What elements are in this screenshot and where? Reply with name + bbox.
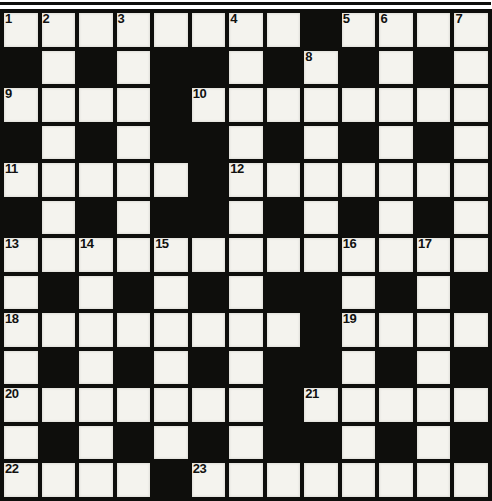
cell-r6c0[interactable]: 13 bbox=[4, 238, 38, 272]
cell-r11c3 bbox=[117, 426, 151, 460]
cell-r9c4[interactable] bbox=[154, 351, 188, 385]
cell-r3c8[interactable] bbox=[304, 126, 338, 160]
cell-r0c8 bbox=[304, 13, 338, 47]
cell-r10c4[interactable] bbox=[154, 388, 188, 422]
cell-r6c12[interactable] bbox=[454, 238, 488, 272]
cell-r6c2[interactable]: 14 bbox=[79, 238, 113, 272]
cell-r8c10[interactable] bbox=[379, 313, 413, 347]
cell-r10c8[interactable]: 21 bbox=[304, 388, 338, 422]
cell-r1c3[interactable] bbox=[117, 51, 151, 85]
cell-r4c0[interactable]: 11 bbox=[4, 163, 38, 197]
clue-number-7: 7 bbox=[455, 12, 462, 26]
cell-r7c11[interactable] bbox=[417, 276, 451, 310]
cell-r11c8 bbox=[304, 426, 338, 460]
cell-r10c9[interactable] bbox=[342, 388, 376, 422]
cell-r7c9[interactable] bbox=[342, 276, 376, 310]
cell-r1c0 bbox=[4, 51, 38, 85]
cell-r9c3 bbox=[117, 351, 151, 385]
cell-r12c2[interactable] bbox=[79, 463, 113, 497]
cell-r6c5[interactable] bbox=[192, 238, 226, 272]
cell-r3c1[interactable] bbox=[42, 126, 76, 160]
cell-r12c0[interactable]: 22 bbox=[4, 463, 38, 497]
clue-number-6: 6 bbox=[380, 12, 387, 26]
cell-r5c10[interactable] bbox=[379, 201, 413, 235]
cell-r1c10[interactable] bbox=[379, 51, 413, 85]
cell-r4c5 bbox=[192, 163, 226, 197]
clue-number-12: 12 bbox=[230, 162, 243, 176]
cell-r9c1 bbox=[42, 351, 76, 385]
cell-r5c1[interactable] bbox=[42, 201, 76, 235]
cell-r0c6[interactable]: 4 bbox=[229, 13, 263, 47]
cell-r2c9[interactable] bbox=[342, 88, 376, 122]
cell-r2c0[interactable]: 9 bbox=[4, 88, 38, 122]
cell-r1c8[interactable]: 8 bbox=[304, 51, 338, 85]
clue-number-10: 10 bbox=[193, 87, 206, 101]
cell-r2c3[interactable] bbox=[117, 88, 151, 122]
cell-r4c9[interactable] bbox=[342, 163, 376, 197]
cell-r0c2[interactable] bbox=[79, 13, 113, 47]
cell-r12c11[interactable] bbox=[417, 463, 451, 497]
cell-r0c10[interactable]: 6 bbox=[379, 13, 413, 47]
cell-r3c12[interactable] bbox=[454, 126, 488, 160]
cell-r12c3[interactable] bbox=[117, 463, 151, 497]
clue-number-19: 19 bbox=[343, 312, 356, 326]
cell-r3c11 bbox=[417, 126, 451, 160]
cell-r12c4 bbox=[154, 463, 188, 497]
clue-number-1: 1 bbox=[5, 12, 12, 26]
scan-border-line bbox=[0, 2, 491, 5]
cell-r0c4[interactable] bbox=[154, 13, 188, 47]
cell-r8c11[interactable] bbox=[417, 313, 451, 347]
cell-r3c4 bbox=[154, 126, 188, 160]
cell-r5c2 bbox=[79, 201, 113, 235]
cell-r3c6[interactable] bbox=[229, 126, 263, 160]
cell-r4c7[interactable] bbox=[267, 163, 301, 197]
cell-r4c3[interactable] bbox=[117, 163, 151, 197]
cell-r8c4[interactable] bbox=[154, 313, 188, 347]
cell-r8c2[interactable] bbox=[79, 313, 113, 347]
cell-r11c12 bbox=[454, 426, 488, 460]
cell-r10c10[interactable] bbox=[379, 388, 413, 422]
cell-r12c6[interactable] bbox=[229, 463, 263, 497]
cell-r7c1 bbox=[42, 276, 76, 310]
clue-number-16: 16 bbox=[343, 237, 356, 251]
cell-r9c0[interactable] bbox=[4, 351, 38, 385]
cell-r7c6[interactable] bbox=[229, 276, 263, 310]
cell-r0c1[interactable]: 2 bbox=[42, 13, 76, 47]
cell-r1c5 bbox=[192, 51, 226, 85]
clue-number-15: 15 bbox=[155, 237, 168, 251]
cell-r11c7 bbox=[267, 426, 301, 460]
cell-r4c4[interactable] bbox=[154, 163, 188, 197]
cell-r5c6[interactable] bbox=[229, 201, 263, 235]
clue-number-2: 2 bbox=[43, 12, 50, 26]
clue-number-20: 20 bbox=[5, 387, 18, 401]
cell-r1c7 bbox=[267, 51, 301, 85]
crossword-board: 1234567891011121314151617181920212223 bbox=[0, 9, 492, 501]
cell-r1c6[interactable] bbox=[229, 51, 263, 85]
cell-r4c11[interactable] bbox=[417, 163, 451, 197]
crossword-page: 1234567891011121314151617181920212223 bbox=[0, 0, 492, 501]
cell-r1c4 bbox=[154, 51, 188, 85]
cell-r9c5 bbox=[192, 351, 226, 385]
cell-r9c8 bbox=[304, 351, 338, 385]
cell-r3c3[interactable] bbox=[117, 126, 151, 160]
cell-r3c10[interactable] bbox=[379, 126, 413, 160]
cell-r12c12[interactable] bbox=[454, 463, 488, 497]
cell-r10c12[interactable] bbox=[454, 388, 488, 422]
cell-r3c9 bbox=[342, 126, 376, 160]
cell-r5c4 bbox=[154, 201, 188, 235]
cell-r12c10[interactable] bbox=[379, 463, 413, 497]
cell-r2c10[interactable] bbox=[379, 88, 413, 122]
cell-r12c7[interactable] bbox=[267, 463, 301, 497]
cell-r11c6[interactable] bbox=[229, 426, 263, 460]
cell-r10c3[interactable] bbox=[117, 388, 151, 422]
clue-number-8: 8 bbox=[305, 50, 312, 64]
clue-number-9: 9 bbox=[5, 87, 12, 101]
cell-r7c5 bbox=[192, 276, 226, 310]
cell-r9c9[interactable] bbox=[342, 351, 376, 385]
cell-r2c1[interactable] bbox=[42, 88, 76, 122]
cell-r11c5 bbox=[192, 426, 226, 460]
cell-r6c1[interactable] bbox=[42, 238, 76, 272]
cell-r6c4[interactable]: 15 bbox=[154, 238, 188, 272]
cell-r8c3[interactable] bbox=[117, 313, 151, 347]
cell-r2c7[interactable] bbox=[267, 88, 301, 122]
cell-r6c10[interactable] bbox=[379, 238, 413, 272]
cell-r10c0[interactable]: 20 bbox=[4, 388, 38, 422]
cell-r8c7[interactable] bbox=[267, 313, 301, 347]
cell-r4c2[interactable] bbox=[79, 163, 113, 197]
cell-r2c11[interactable] bbox=[417, 88, 451, 122]
cell-r11c0[interactable] bbox=[4, 426, 38, 460]
cell-r6c9[interactable]: 16 bbox=[342, 238, 376, 272]
cell-r10c6[interactable] bbox=[229, 388, 263, 422]
cell-r2c8[interactable] bbox=[304, 88, 338, 122]
clue-number-3: 3 bbox=[118, 12, 125, 26]
clue-number-21: 21 bbox=[305, 387, 318, 401]
cell-r8c5[interactable] bbox=[192, 313, 226, 347]
cell-r5c0 bbox=[4, 201, 38, 235]
cell-r0c7[interactable] bbox=[267, 13, 301, 47]
cell-r8c6[interactable] bbox=[229, 313, 263, 347]
cell-r6c3[interactable] bbox=[117, 238, 151, 272]
cell-r11c1 bbox=[42, 426, 76, 460]
cell-r0c3[interactable]: 3 bbox=[117, 13, 151, 47]
cell-r9c10 bbox=[379, 351, 413, 385]
cell-r7c2[interactable] bbox=[79, 276, 113, 310]
cell-r7c7 bbox=[267, 276, 301, 310]
cell-r5c7 bbox=[267, 201, 301, 235]
cell-r1c12[interactable] bbox=[454, 51, 488, 85]
cell-r7c8 bbox=[304, 276, 338, 310]
cell-r8c0[interactable]: 18 bbox=[4, 313, 38, 347]
cell-r3c5 bbox=[192, 126, 226, 160]
cell-r5c12[interactable] bbox=[454, 201, 488, 235]
cell-r1c11 bbox=[417, 51, 451, 85]
cell-r10c5[interactable] bbox=[192, 388, 226, 422]
clue-number-22: 22 bbox=[5, 462, 18, 476]
cell-r0c0[interactable]: 1 bbox=[4, 13, 38, 47]
cell-r7c4[interactable] bbox=[154, 276, 188, 310]
cell-r9c7 bbox=[267, 351, 301, 385]
cell-r2c5[interactable]: 10 bbox=[192, 88, 226, 122]
clue-number-23: 23 bbox=[193, 462, 206, 476]
cell-r8c12[interactable] bbox=[454, 313, 488, 347]
cell-r4c1[interactable] bbox=[42, 163, 76, 197]
cell-r10c7 bbox=[267, 388, 301, 422]
cell-r1c2 bbox=[79, 51, 113, 85]
clue-number-5: 5 bbox=[343, 12, 350, 26]
cell-r11c4[interactable] bbox=[154, 426, 188, 460]
cell-r8c9[interactable]: 19 bbox=[342, 313, 376, 347]
clue-number-4: 4 bbox=[230, 12, 237, 26]
cell-r5c3[interactable] bbox=[117, 201, 151, 235]
clue-number-13: 13 bbox=[5, 237, 18, 251]
cell-r4c12[interactable] bbox=[454, 163, 488, 197]
cell-r12c9[interactable] bbox=[342, 463, 376, 497]
cell-r7c0[interactable] bbox=[4, 276, 38, 310]
clue-number-11: 11 bbox=[5, 162, 18, 176]
cell-r0c11[interactable] bbox=[417, 13, 451, 47]
cell-r4c8[interactable] bbox=[304, 163, 338, 197]
cell-r6c7[interactable] bbox=[267, 238, 301, 272]
cell-r5c9 bbox=[342, 201, 376, 235]
cell-r4c6[interactable]: 12 bbox=[229, 163, 263, 197]
cell-r9c2[interactable] bbox=[79, 351, 113, 385]
cell-r7c12 bbox=[454, 276, 488, 310]
cell-r6c8[interactable] bbox=[304, 238, 338, 272]
clue-number-14: 14 bbox=[80, 237, 93, 251]
cell-r10c1[interactable] bbox=[42, 388, 76, 422]
cell-r2c6[interactable] bbox=[229, 88, 263, 122]
cell-r12c1[interactable] bbox=[42, 463, 76, 497]
cell-r3c2 bbox=[79, 126, 113, 160]
cell-r9c11[interactable] bbox=[417, 351, 451, 385]
cell-r9c12 bbox=[454, 351, 488, 385]
cell-r11c2[interactable] bbox=[79, 426, 113, 460]
cell-r2c2[interactable] bbox=[79, 88, 113, 122]
cell-r10c11[interactable] bbox=[417, 388, 451, 422]
cell-r7c3 bbox=[117, 276, 151, 310]
cell-r0c5[interactable] bbox=[192, 13, 226, 47]
cell-r4c10[interactable] bbox=[379, 163, 413, 197]
cell-r11c10 bbox=[379, 426, 413, 460]
cell-r5c8[interactable] bbox=[304, 201, 338, 235]
cell-r3c7 bbox=[267, 126, 301, 160]
cell-r0c9[interactable]: 5 bbox=[342, 13, 376, 47]
cell-r0c12[interactable]: 7 bbox=[454, 13, 488, 47]
cell-r12c5[interactable]: 23 bbox=[192, 463, 226, 497]
cell-r1c9 bbox=[342, 51, 376, 85]
cell-r8c1[interactable] bbox=[42, 313, 76, 347]
cell-r10c2[interactable] bbox=[79, 388, 113, 422]
cell-r3c0 bbox=[4, 126, 38, 160]
cell-r9c6[interactable] bbox=[229, 351, 263, 385]
cell-r5c5 bbox=[192, 201, 226, 235]
cell-r6c6[interactable] bbox=[229, 238, 263, 272]
cell-r11c11[interactable] bbox=[417, 426, 451, 460]
clue-number-17: 17 bbox=[418, 237, 431, 251]
clue-number-18: 18 bbox=[5, 312, 18, 326]
cell-r5c11 bbox=[417, 201, 451, 235]
cell-r1c1[interactable] bbox=[42, 51, 76, 85]
cell-r2c12[interactable] bbox=[454, 88, 488, 122]
cell-r8c8 bbox=[304, 313, 338, 347]
cell-r12c8[interactable] bbox=[304, 463, 338, 497]
cell-r2c4 bbox=[154, 88, 188, 122]
cell-r6c11[interactable]: 17 bbox=[417, 238, 451, 272]
cell-r7c10 bbox=[379, 276, 413, 310]
cell-r11c9[interactable] bbox=[342, 426, 376, 460]
